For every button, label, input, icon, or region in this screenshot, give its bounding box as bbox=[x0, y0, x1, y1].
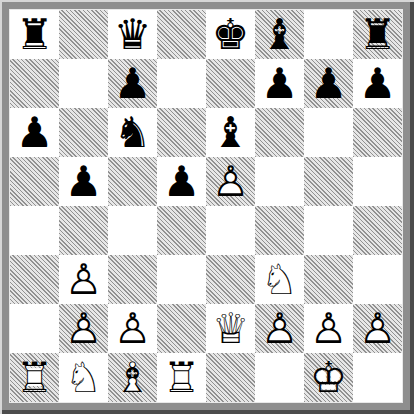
square-d4[interactable] bbox=[157, 206, 206, 255]
square-b7[interactable] bbox=[59, 59, 108, 108]
black-pawn: ♟ bbox=[157, 157, 206, 206]
square-g4[interactable] bbox=[304, 206, 353, 255]
black-bishop: ♝ bbox=[255, 10, 304, 59]
square-a6[interactable]: ♟ bbox=[10, 108, 59, 157]
square-d6[interactable] bbox=[157, 108, 206, 157]
square-d1[interactable]: ♜♖ bbox=[157, 353, 206, 402]
black-pawn: ♟ bbox=[10, 108, 59, 157]
square-a2[interactable] bbox=[10, 304, 59, 353]
chess-board: ♜♛♚♝♜♟♟♟♟♟♞♝♟♟♟♙♟♙♞♘♟♙♟♙♛♕♟♙♟♙♟♙♜♖♞♘♝♗♜♖… bbox=[10, 10, 402, 402]
square-a8[interactable]: ♜ bbox=[10, 10, 59, 59]
black-knight: ♞ bbox=[108, 108, 157, 157]
square-a5[interactable] bbox=[10, 157, 59, 206]
black-pawn: ♟ bbox=[304, 59, 353, 108]
square-f2[interactable]: ♟♙ bbox=[255, 304, 304, 353]
square-b5[interactable]: ♟ bbox=[59, 157, 108, 206]
white-queen: ♛♕ bbox=[206, 304, 255, 353]
white-knight: ♞♘ bbox=[255, 255, 304, 304]
square-b8[interactable] bbox=[59, 10, 108, 59]
square-g3[interactable] bbox=[304, 255, 353, 304]
square-c5[interactable] bbox=[108, 157, 157, 206]
chess-diagram: ♜♛♚♝♜♟♟♟♟♟♞♝♟♟♟♙♟♙♞♘♟♙♟♙♛♕♟♙♟♙♟♙♜♖♞♘♝♗♜♖… bbox=[0, 0, 414, 414]
square-g1[interactable]: ♚♔ bbox=[304, 353, 353, 402]
square-c2[interactable]: ♟♙ bbox=[108, 304, 157, 353]
piece-outline: ♙ bbox=[206, 157, 255, 206]
square-h5[interactable] bbox=[353, 157, 402, 206]
square-e3[interactable] bbox=[206, 255, 255, 304]
piece-outline: ♔ bbox=[304, 353, 353, 402]
square-h1[interactable] bbox=[353, 353, 402, 402]
white-pawn: ♟♙ bbox=[304, 304, 353, 353]
white-king: ♚♔ bbox=[304, 353, 353, 402]
square-b1[interactable]: ♞♘ bbox=[59, 353, 108, 402]
square-f7[interactable]: ♟ bbox=[255, 59, 304, 108]
square-c7[interactable]: ♟ bbox=[108, 59, 157, 108]
square-g2[interactable]: ♟♙ bbox=[304, 304, 353, 353]
white-rook: ♜♖ bbox=[10, 353, 59, 402]
square-h2[interactable]: ♟♙ bbox=[353, 304, 402, 353]
square-g8[interactable] bbox=[304, 10, 353, 59]
square-g6[interactable] bbox=[304, 108, 353, 157]
piece-outline: ♘ bbox=[59, 353, 108, 402]
white-pawn: ♟♙ bbox=[353, 304, 402, 353]
black-king: ♚ bbox=[206, 10, 255, 59]
square-e8[interactable]: ♚ bbox=[206, 10, 255, 59]
black-rook: ♜ bbox=[10, 10, 59, 59]
piece-outline: ♘ bbox=[255, 255, 304, 304]
square-f4[interactable] bbox=[255, 206, 304, 255]
piece-outline: ♙ bbox=[59, 304, 108, 353]
square-f1[interactable] bbox=[255, 353, 304, 402]
square-e2[interactable]: ♛♕ bbox=[206, 304, 255, 353]
square-g7[interactable]: ♟ bbox=[304, 59, 353, 108]
square-d8[interactable] bbox=[157, 10, 206, 59]
piece-outline: ♖ bbox=[157, 353, 206, 402]
piece-outline: ♙ bbox=[304, 304, 353, 353]
white-pawn: ♟♙ bbox=[108, 304, 157, 353]
square-c6[interactable]: ♞ bbox=[108, 108, 157, 157]
square-e1[interactable] bbox=[206, 353, 255, 402]
square-c8[interactable]: ♛ bbox=[108, 10, 157, 59]
square-c4[interactable] bbox=[108, 206, 157, 255]
square-h3[interactable] bbox=[353, 255, 402, 304]
square-g5[interactable] bbox=[304, 157, 353, 206]
square-a3[interactable] bbox=[10, 255, 59, 304]
square-d7[interactable] bbox=[157, 59, 206, 108]
square-h6[interactable] bbox=[353, 108, 402, 157]
square-d2[interactable] bbox=[157, 304, 206, 353]
square-c1[interactable]: ♝♗ bbox=[108, 353, 157, 402]
piece-outline: ♙ bbox=[255, 304, 304, 353]
square-d5[interactable]: ♟ bbox=[157, 157, 206, 206]
black-pawn: ♟ bbox=[255, 59, 304, 108]
white-bishop: ♝♗ bbox=[108, 353, 157, 402]
square-b2[interactable]: ♟♙ bbox=[59, 304, 108, 353]
piece-outline: ♙ bbox=[353, 304, 402, 353]
black-bishop: ♝ bbox=[206, 108, 255, 157]
square-f5[interactable] bbox=[255, 157, 304, 206]
black-pawn: ♟ bbox=[353, 59, 402, 108]
square-f6[interactable] bbox=[255, 108, 304, 157]
black-queen: ♛ bbox=[108, 10, 157, 59]
white-rook: ♜♖ bbox=[157, 353, 206, 402]
square-a1[interactable]: ♜♖ bbox=[10, 353, 59, 402]
square-e7[interactable] bbox=[206, 59, 255, 108]
white-pawn: ♟♙ bbox=[59, 255, 108, 304]
square-a7[interactable] bbox=[10, 59, 59, 108]
square-e5[interactable]: ♟♙ bbox=[206, 157, 255, 206]
square-a4[interactable] bbox=[10, 206, 59, 255]
white-knight: ♞♘ bbox=[59, 353, 108, 402]
white-pawn: ♟♙ bbox=[206, 157, 255, 206]
square-f3[interactable]: ♞♘ bbox=[255, 255, 304, 304]
square-b3[interactable]: ♟♙ bbox=[59, 255, 108, 304]
square-e6[interactable]: ♝ bbox=[206, 108, 255, 157]
piece-outline: ♙ bbox=[59, 255, 108, 304]
piece-outline: ♖ bbox=[10, 353, 59, 402]
square-e4[interactable] bbox=[206, 206, 255, 255]
square-b6[interactable] bbox=[59, 108, 108, 157]
black-rook: ♜ bbox=[353, 10, 402, 59]
square-h4[interactable] bbox=[353, 206, 402, 255]
square-b4[interactable] bbox=[59, 206, 108, 255]
white-pawn: ♟♙ bbox=[59, 304, 108, 353]
square-h7[interactable]: ♟ bbox=[353, 59, 402, 108]
black-pawn: ♟ bbox=[59, 157, 108, 206]
square-d3[interactable] bbox=[157, 255, 206, 304]
black-pawn: ♟ bbox=[108, 59, 157, 108]
white-pawn: ♟♙ bbox=[255, 304, 304, 353]
piece-outline: ♙ bbox=[108, 304, 157, 353]
piece-outline: ♗ bbox=[108, 353, 157, 402]
square-f8[interactable]: ♝ bbox=[255, 10, 304, 59]
piece-outline: ♕ bbox=[206, 304, 255, 353]
board-frame: ♜♛♚♝♜♟♟♟♟♟♞♝♟♟♟♙♟♙♞♘♟♙♟♙♛♕♟♙♟♙♟♙♜♖♞♘♝♗♜♖… bbox=[0, 0, 414, 414]
square-c3[interactable] bbox=[108, 255, 157, 304]
square-h8[interactable]: ♜ bbox=[353, 10, 402, 59]
